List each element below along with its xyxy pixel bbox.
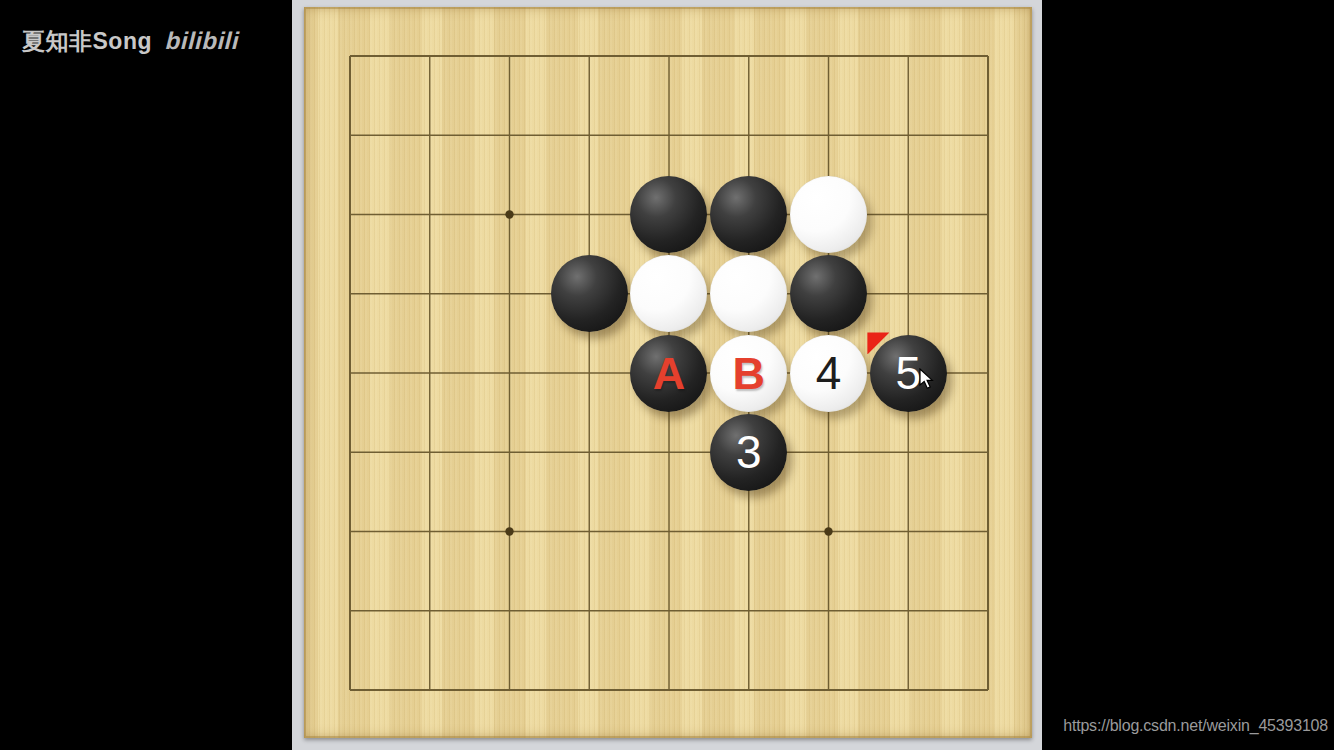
board-cell bbox=[789, 254, 869, 333]
stone-black bbox=[710, 176, 787, 253]
board-cell bbox=[549, 254, 629, 333]
stone-black: 3 bbox=[710, 414, 787, 491]
stone-black: A bbox=[630, 335, 707, 412]
stone-black bbox=[790, 255, 867, 332]
stone-label: B bbox=[732, 351, 765, 396]
stone-white bbox=[630, 255, 707, 332]
channel-bar: 夏知非Song bilibili bbox=[22, 26, 239, 57]
board-cell bbox=[629, 254, 709, 333]
stone-label: 3 bbox=[736, 429, 762, 475]
board-cell bbox=[709, 175, 789, 254]
stone-black bbox=[630, 176, 707, 253]
stone-black bbox=[551, 255, 628, 332]
stone-label: 5 bbox=[895, 350, 921, 396]
stone-label: 4 bbox=[816, 350, 842, 396]
stone-black: 5 bbox=[870, 335, 947, 412]
bilibili-logo: bilibili bbox=[165, 27, 240, 55]
board-cell bbox=[789, 175, 869, 254]
stone-white: 4 bbox=[790, 335, 867, 412]
csdn-watermark: https://blog.csdn.net/weixin_45393108 bbox=[1063, 717, 1328, 735]
board-cell: 3 bbox=[709, 413, 789, 492]
stone-white: B bbox=[710, 335, 787, 412]
board-cell: 5 bbox=[868, 333, 948, 412]
stage: 夏知非Song bilibili AB453 https://blog.csdn… bbox=[0, 0, 1334, 750]
channel-name: 夏知非Song bbox=[22, 26, 152, 57]
stone-white bbox=[710, 255, 787, 332]
board-cell: B bbox=[709, 333, 789, 412]
mouse-cursor-icon bbox=[919, 368, 934, 390]
board-cell: 4 bbox=[789, 333, 869, 412]
board-cell bbox=[629, 175, 709, 254]
stone-white bbox=[790, 176, 867, 253]
board-cell: A bbox=[629, 333, 709, 412]
board-cell bbox=[709, 254, 789, 333]
stone-label: A bbox=[653, 351, 686, 396]
